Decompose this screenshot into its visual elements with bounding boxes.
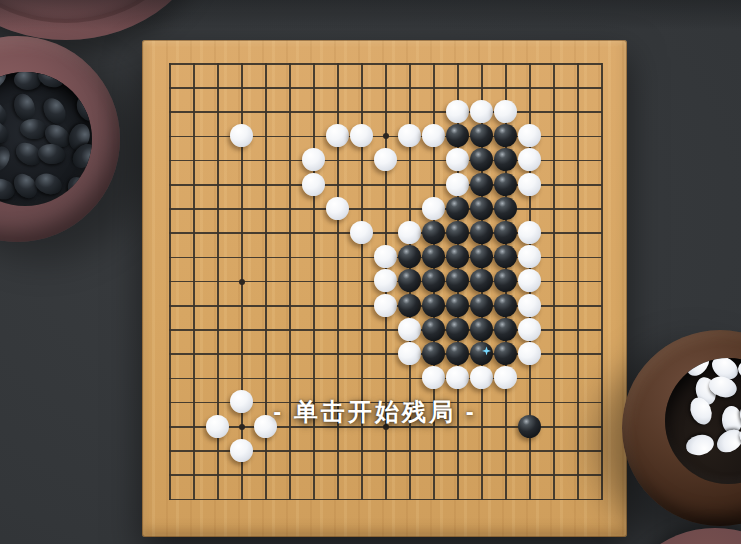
black-stone	[446, 124, 469, 147]
grid-line	[169, 474, 602, 476]
white-stone	[518, 269, 541, 292]
black-stone	[446, 318, 469, 341]
white-stone	[398, 124, 421, 147]
black-stone	[470, 124, 493, 147]
star-point	[383, 133, 389, 139]
grid-line	[577, 63, 579, 500]
bowl-black-stone	[64, 72, 92, 95]
bowl-white-stone	[737, 358, 741, 381]
white-stone	[422, 366, 445, 389]
white-stone	[518, 148, 541, 171]
black-stone	[398, 294, 421, 317]
game-scene[interactable]: - 单击开始残局 -	[0, 0, 741, 544]
white-stone	[374, 294, 397, 317]
white-stone	[374, 269, 397, 292]
white-stone	[350, 221, 373, 244]
go-board[interactable]: - 单击开始残局 -	[142, 40, 627, 537]
white-stone	[470, 100, 493, 123]
grid-line	[169, 378, 602, 380]
white-stone	[518, 342, 541, 365]
black-stone	[494, 245, 517, 268]
black-stone	[494, 269, 517, 292]
white-stone	[446, 148, 469, 171]
black-stone	[422, 318, 445, 341]
bowl-black-stone	[36, 72, 67, 90]
white-stone	[518, 124, 541, 147]
black-stone	[470, 197, 493, 220]
white-stone	[518, 245, 541, 268]
white-stone	[518, 221, 541, 244]
black-stone	[446, 197, 469, 220]
bowl-black-stone	[0, 142, 15, 176]
black-stone	[422, 245, 445, 268]
bowl-black-stone	[19, 118, 48, 140]
black-stone	[470, 245, 493, 268]
bowl-white-stone	[682, 358, 714, 380]
bowl-black-stone	[64, 174, 92, 206]
white-stone	[398, 318, 421, 341]
black-stone	[470, 173, 493, 196]
white-stone	[446, 100, 469, 123]
black-stone	[446, 342, 469, 365]
black-stone	[470, 221, 493, 244]
bowl-black-stone	[72, 92, 92, 125]
black-stone	[470, 342, 493, 365]
grid-line	[553, 63, 555, 500]
bowl-white-stone	[684, 433, 716, 459]
black-stone-bowl	[0, 36, 120, 242]
black-stone	[422, 342, 445, 365]
white-stone	[494, 100, 517, 123]
black-stone	[494, 173, 517, 196]
black-stone	[470, 148, 493, 171]
white-stone	[422, 197, 445, 220]
bowl-black-stone	[10, 90, 38, 122]
grid-line	[169, 499, 602, 501]
black-stone	[422, 294, 445, 317]
white-stone	[302, 173, 325, 196]
black-stone	[494, 197, 517, 220]
white-stone	[374, 245, 397, 268]
lid-ring	[0, 0, 190, 23]
white-stone	[518, 318, 541, 341]
black-stone	[494, 294, 517, 317]
white-stone	[230, 439, 253, 462]
white-stone	[518, 294, 541, 317]
black-stone	[494, 342, 517, 365]
bowl-black-stone	[33, 170, 65, 197]
board-grid	[169, 63, 602, 500]
white-stone	[302, 148, 325, 171]
white-stone	[446, 366, 469, 389]
bowl-lid-bottom-right	[616, 528, 741, 544]
black-stone	[470, 269, 493, 292]
white-stone	[518, 173, 541, 196]
black-stone	[494, 221, 517, 244]
black-stone	[494, 148, 517, 171]
black-stone	[446, 294, 469, 317]
black-stone	[446, 221, 469, 244]
black-stone-bowl-opening	[0, 72, 92, 206]
black-stone	[446, 269, 469, 292]
black-stone	[494, 318, 517, 341]
black-stone	[422, 269, 445, 292]
white-stone	[230, 124, 253, 147]
white-stone	[494, 366, 517, 389]
white-stone	[422, 124, 445, 147]
white-stone-bowl-opening	[665, 358, 741, 484]
black-stone	[422, 221, 445, 244]
white-stone	[350, 124, 373, 147]
black-stone	[470, 318, 493, 341]
bowl-black-stone	[0, 72, 10, 94]
white-stone	[398, 342, 421, 365]
white-stone	[326, 197, 349, 220]
white-stone	[446, 173, 469, 196]
black-stone	[398, 269, 421, 292]
white-stone	[470, 366, 493, 389]
white-stone-bowl	[622, 330, 741, 526]
start-caption: - 单击开始残局 -	[175, 396, 575, 428]
black-stone	[398, 245, 421, 268]
star-point	[239, 279, 245, 285]
white-stone	[326, 124, 349, 147]
black-stone	[446, 245, 469, 268]
black-stone	[470, 294, 493, 317]
bowl-lid-top-left	[0, 0, 207, 40]
black-stone	[494, 124, 517, 147]
grid-line	[601, 63, 603, 500]
white-stone	[398, 221, 421, 244]
white-stone	[374, 148, 397, 171]
